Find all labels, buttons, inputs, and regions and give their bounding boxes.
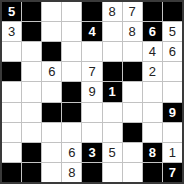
cell-r0c5-white[interactable]: 8 (103, 2, 122, 21)
cell-r3c1-white[interactable] (22, 62, 41, 81)
cell-r5c7-white[interactable] (143, 103, 162, 122)
cell-r4c7-white[interactable] (143, 82, 162, 101)
cell-r4c8-white[interactable] (163, 82, 182, 101)
cell-r4c0-white[interactable] (2, 82, 21, 101)
cell-r1c4-black: 4 (82, 22, 101, 41)
cell-r5c6-white[interactable] (123, 103, 142, 122)
cell-r7c4-black: 3 (82, 143, 101, 162)
cell-r3c6-black (123, 62, 142, 81)
cell-r2c0-white[interactable] (2, 42, 21, 61)
cell-r6c1-white[interactable] (22, 123, 41, 142)
cell-r7c6-white[interactable] (123, 143, 142, 162)
cell-r5c4-white[interactable] (82, 103, 101, 122)
cell-r1c7-black: 6 (143, 22, 162, 41)
cell-r0c4-black (82, 2, 101, 21)
cell-r4c2-white[interactable] (42, 82, 61, 101)
cell-r8c0-black (2, 163, 21, 182)
cell-r6c4-white[interactable] (82, 123, 101, 142)
cell-r2c2-black (42, 42, 61, 61)
cell-r6c8-white[interactable] (163, 123, 182, 142)
cell-r1c2-white[interactable] (42, 22, 61, 41)
cell-r7c8-white[interactable]: 1 (163, 143, 182, 162)
cell-r5c8-black: 9 (163, 103, 182, 122)
cell-r5c0-white[interactable] (2, 103, 21, 122)
cell-r1c6-white[interactable]: 8 (123, 22, 142, 41)
cell-r8c1-black (22, 163, 41, 182)
cell-r2c5-white[interactable] (103, 42, 122, 61)
cell-r2c8-white[interactable]: 6 (163, 42, 182, 61)
cell-r0c6-white[interactable]: 7 (123, 2, 142, 21)
cell-r5c2-black (42, 103, 61, 122)
cell-r3c7-white[interactable]: 2 (143, 62, 162, 81)
cell-r3c3-white[interactable] (62, 62, 81, 81)
cell-r6c6-black (123, 123, 142, 142)
cell-r7c3-white[interactable]: 6 (62, 143, 81, 162)
cell-r8c5-white[interactable] (103, 163, 122, 182)
cell-r4c6-white[interactable] (123, 82, 142, 101)
cell-r2c4-white[interactable] (82, 42, 101, 61)
cell-r0c7-black (143, 2, 162, 21)
cell-r6c2-white[interactable] (42, 123, 61, 142)
cell-r6c5-white[interactable] (103, 123, 122, 142)
cell-r4c3-black (62, 82, 81, 101)
cell-r2c6-white[interactable] (123, 42, 142, 61)
cell-r5c3-black (62, 103, 81, 122)
cell-r0c8-black (163, 2, 182, 21)
cell-r6c7-white[interactable] (143, 123, 162, 142)
cell-r0c2-white[interactable] (42, 2, 61, 21)
cell-r8c6-white[interactable] (123, 163, 142, 182)
cell-r0c1-black (22, 2, 41, 21)
cell-r2c3-white[interactable] (62, 42, 81, 61)
cell-r3c0-black (2, 62, 21, 81)
cell-r3c2-white[interactable]: 6 (42, 62, 61, 81)
cell-r1c5-white[interactable] (103, 22, 122, 41)
cell-r8c4-black (82, 163, 101, 182)
cell-r1c3-white[interactable] (62, 22, 81, 41)
cell-r7c0-white[interactable] (2, 143, 21, 162)
cell-r7c7-black: 8 (143, 143, 162, 162)
cell-r0c3-white[interactable] (62, 2, 81, 21)
cell-r8c3-white[interactable]: 8 (62, 163, 81, 182)
cell-r8c7-black (143, 163, 162, 182)
str8ts-board: 58734865466729196358187 (0, 0, 184, 184)
cell-r6c3-white[interactable] (62, 123, 81, 142)
cell-r3c5-black (103, 62, 122, 81)
cell-r2c1-white[interactable] (22, 42, 41, 61)
cell-r1c8-white[interactable]: 5 (163, 22, 182, 41)
cell-r0c0-black: 5 (2, 2, 21, 21)
cell-r1c0-white[interactable]: 3 (2, 22, 21, 41)
cell-r6c0-white[interactable] (2, 123, 21, 142)
cell-r3c4-white[interactable]: 7 (82, 62, 101, 81)
cell-r4c4-white[interactable]: 9 (82, 82, 101, 101)
cell-r5c5-white[interactable] (103, 103, 122, 122)
cell-r4c1-white[interactable] (22, 82, 41, 101)
cell-r1c1-black (22, 22, 41, 41)
cell-r5c1-white[interactable] (22, 103, 41, 122)
cell-r8c2-white[interactable] (42, 163, 61, 182)
cell-r4c5-black: 1 (103, 82, 122, 101)
cell-r7c1-black (22, 143, 41, 162)
cell-r8c8-black: 7 (163, 163, 182, 182)
cell-r2c7-white[interactable]: 4 (143, 42, 162, 61)
cell-r7c2-white[interactable] (42, 143, 61, 162)
cell-r7c5-white[interactable]: 5 (103, 143, 122, 162)
cell-r3c8-white[interactable] (163, 62, 182, 81)
